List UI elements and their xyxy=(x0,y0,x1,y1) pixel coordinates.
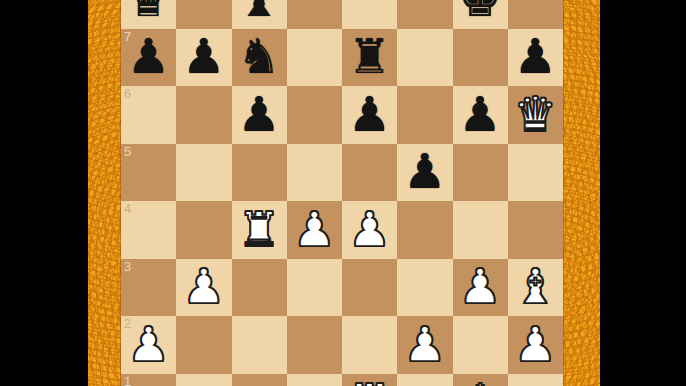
piece-white-bishop: ♝ xyxy=(514,262,557,310)
square-b3: ♟ xyxy=(176,259,231,317)
square-c3 xyxy=(232,259,287,317)
square-g5 xyxy=(453,144,508,202)
left-black-bar xyxy=(0,0,88,386)
square-g2 xyxy=(453,316,508,374)
square-b7: ♟ xyxy=(176,29,231,87)
square-g1: ♚ xyxy=(453,374,508,386)
square-h5 xyxy=(508,144,563,202)
piece-white-pawn: ♟ xyxy=(127,320,170,368)
piece-white-king: ♚ xyxy=(459,377,502,386)
piece-black-pawn: ♟ xyxy=(514,32,557,80)
square-b1 xyxy=(176,374,231,386)
square-g8: ♚ xyxy=(453,0,508,29)
square-h4 xyxy=(508,201,563,259)
square-g7 xyxy=(453,29,508,87)
right-black-bar xyxy=(600,0,686,386)
square-e8 xyxy=(342,0,397,29)
square-d1 xyxy=(287,374,342,386)
square-e7: ♜ xyxy=(342,29,397,87)
piece-white-pawn: ♟ xyxy=(514,320,557,368)
square-f2: ♟ xyxy=(397,316,452,374)
piece-white-pawn: ♟ xyxy=(182,262,225,310)
square-f6 xyxy=(397,86,452,144)
square-f5: ♟ xyxy=(397,144,452,202)
square-d2 xyxy=(287,316,342,374)
square-e5 xyxy=(342,144,397,202)
square-d6 xyxy=(287,86,342,144)
chess-board: 8♛♝♚7♟♟♞♜♟6♟♟♟♛5♟4♜♟♟3♟♟♝2♟♟♟1♜♚ xyxy=(121,0,563,386)
piece-black-rook: ♜ xyxy=(348,32,391,80)
square-h8 xyxy=(508,0,563,29)
square-h6: ♛ xyxy=(508,86,563,144)
square-b6 xyxy=(176,86,231,144)
piece-white-pawn: ♟ xyxy=(459,262,502,310)
piece-black-queen: ♛ xyxy=(127,0,170,23)
square-g3: ♟ xyxy=(453,259,508,317)
piece-black-bishop: ♝ xyxy=(238,0,281,23)
square-f8 xyxy=(397,0,452,29)
piece-white-pawn: ♟ xyxy=(403,320,446,368)
piece-white-pawn: ♟ xyxy=(348,205,391,253)
square-d8 xyxy=(287,0,342,29)
square-f3 xyxy=(397,259,452,317)
square-e6: ♟ xyxy=(342,86,397,144)
piece-black-pawn: ♟ xyxy=(182,32,225,80)
square-g6: ♟ xyxy=(453,86,508,144)
piece-white-queen: ♛ xyxy=(514,90,557,138)
piece-black-pawn: ♟ xyxy=(238,90,281,138)
piece-black-pawn: ♟ xyxy=(403,147,446,195)
square-g4 xyxy=(453,201,508,259)
square-d4: ♟ xyxy=(287,201,342,259)
square-d3 xyxy=(287,259,342,317)
square-c6: ♟ xyxy=(232,86,287,144)
square-c5 xyxy=(232,144,287,202)
square-e1: ♜ xyxy=(342,374,397,386)
square-a8: 8♛ xyxy=(121,0,176,29)
square-e2 xyxy=(342,316,397,374)
square-h3: ♝ xyxy=(508,259,563,317)
square-a6: 6 xyxy=(121,86,176,144)
square-e4: ♟ xyxy=(342,201,397,259)
square-b8 xyxy=(176,0,231,29)
square-b5 xyxy=(176,144,231,202)
square-c4: ♜ xyxy=(232,201,287,259)
square-c1 xyxy=(232,374,287,386)
video-frame: 8♛♝♚7♟♟♞♜♟6♟♟♟♛5♟4♜♟♟3♟♟♝2♟♟♟1♜♚ xyxy=(0,0,686,386)
square-h2: ♟ xyxy=(508,316,563,374)
square-f1 xyxy=(397,374,452,386)
square-b4 xyxy=(176,201,231,259)
square-a3: 3 xyxy=(121,259,176,317)
square-h7: ♟ xyxy=(508,29,563,87)
square-h1 xyxy=(508,374,563,386)
rank-label-5: 5 xyxy=(124,145,131,158)
square-a5: 5 xyxy=(121,144,176,202)
piece-white-pawn: ♟ xyxy=(293,205,336,253)
square-a4: 4 xyxy=(121,201,176,259)
square-c8: ♝ xyxy=(232,0,287,29)
square-d5 xyxy=(287,144,342,202)
rank-label-6: 6 xyxy=(124,87,131,100)
piece-white-rook: ♜ xyxy=(348,377,391,386)
rank-label-4: 4 xyxy=(124,202,131,215)
square-e3 xyxy=(342,259,397,317)
square-c2 xyxy=(232,316,287,374)
square-d7 xyxy=(287,29,342,87)
piece-black-pawn: ♟ xyxy=(459,90,502,138)
rank-label-3: 3 xyxy=(124,260,131,273)
square-c7: ♞ xyxy=(232,29,287,87)
rank-label-1: 1 xyxy=(124,375,131,386)
square-f7 xyxy=(397,29,452,87)
piece-black-knight: ♞ xyxy=(238,32,281,80)
square-f4 xyxy=(397,201,452,259)
square-a2: 2♟ xyxy=(121,316,176,374)
square-a7: 7♟ xyxy=(121,29,176,87)
square-b2 xyxy=(176,316,231,374)
piece-black-king: ♚ xyxy=(459,0,502,23)
piece-white-rook: ♜ xyxy=(238,205,281,253)
square-a1: 1 xyxy=(121,374,176,386)
piece-black-pawn: ♟ xyxy=(127,32,170,80)
piece-black-pawn: ♟ xyxy=(348,90,391,138)
